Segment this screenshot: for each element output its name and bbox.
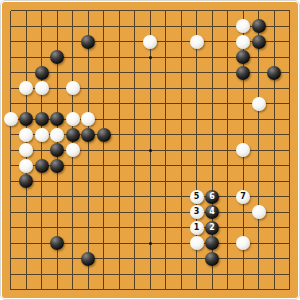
board-intersection[interactable] [251, 173, 267, 189]
board-intersection[interactable] [189, 80, 205, 96]
board-intersection[interactable] [127, 220, 143, 236]
board-intersection[interactable] [3, 49, 19, 65]
board-intersection[interactable] [65, 142, 81, 158]
board-intersection[interactable] [235, 34, 251, 50]
board-intersection[interactable] [49, 251, 65, 267]
board-intersection[interactable] [3, 142, 19, 158]
board-intersection[interactable] [173, 173, 189, 189]
board-intersection[interactable] [251, 204, 267, 220]
board-intersection[interactable] [173, 111, 189, 127]
board-intersection[interactable] [111, 173, 127, 189]
board-intersection[interactable] [189, 65, 205, 81]
board-intersection[interactable] [65, 266, 81, 282]
board-intersection[interactable] [266, 96, 282, 112]
board-intersection[interactable] [34, 142, 50, 158]
board-intersection[interactable]: 1 [189, 220, 205, 236]
board-intersection[interactable] [282, 204, 298, 220]
board-intersection[interactable] [220, 3, 236, 19]
board-intersection[interactable] [282, 127, 298, 143]
board-intersection[interactable] [65, 189, 81, 205]
board-intersection[interactable] [235, 204, 251, 220]
board-intersection[interactable] [111, 65, 127, 81]
board-intersection[interactable] [34, 96, 50, 112]
board-intersection[interactable] [96, 3, 112, 19]
board-intersection[interactable] [127, 65, 143, 81]
board-intersection[interactable] [220, 80, 236, 96]
board-intersection[interactable] [282, 96, 298, 112]
board-intersection[interactable] [65, 251, 81, 267]
board-intersection[interactable] [142, 18, 158, 34]
board-intersection[interactable] [3, 189, 19, 205]
board-intersection[interactable] [96, 127, 112, 143]
board-intersection[interactable] [189, 96, 205, 112]
board-intersection[interactable] [18, 96, 34, 112]
board-intersection[interactable] [127, 18, 143, 34]
board-intersection[interactable] [3, 80, 19, 96]
board-intersection[interactable] [189, 3, 205, 19]
board-intersection[interactable] [282, 266, 298, 282]
board-intersection[interactable] [49, 111, 65, 127]
board-intersection[interactable] [96, 158, 112, 174]
board-intersection[interactable] [173, 158, 189, 174]
board-intersection[interactable] [204, 173, 220, 189]
board-intersection[interactable] [173, 34, 189, 50]
board-intersection[interactable] [235, 266, 251, 282]
board-intersection[interactable] [142, 80, 158, 96]
board-intersection[interactable] [65, 18, 81, 34]
board-intersection[interactable] [3, 235, 19, 251]
board-intersection[interactable] [49, 173, 65, 189]
board-intersection[interactable] [80, 18, 96, 34]
board-intersection[interactable] [34, 65, 50, 81]
board-intersection[interactable] [158, 127, 174, 143]
board-intersection[interactable] [127, 251, 143, 267]
board-intersection[interactable] [266, 3, 282, 19]
board-intersection[interactable] [220, 220, 236, 236]
board-intersection[interactable] [111, 142, 127, 158]
board-intersection[interactable] [96, 235, 112, 251]
board-intersection[interactable] [251, 18, 267, 34]
board-intersection[interactable] [96, 282, 112, 298]
board-intersection[interactable] [18, 34, 34, 50]
board-intersection[interactable] [111, 266, 127, 282]
board-intersection[interactable] [142, 251, 158, 267]
board-intersection[interactable] [189, 266, 205, 282]
board-intersection[interactable] [127, 158, 143, 174]
board-intersection[interactable] [204, 127, 220, 143]
board-intersection[interactable]: 2 [204, 220, 220, 236]
board-intersection[interactable] [3, 127, 19, 143]
board-intersection[interactable] [80, 251, 96, 267]
board-intersection[interactable] [34, 235, 50, 251]
board-intersection[interactable] [80, 96, 96, 112]
board-intersection[interactable] [158, 80, 174, 96]
board-intersection[interactable] [173, 127, 189, 143]
board-intersection[interactable] [142, 34, 158, 50]
board-intersection[interactable] [266, 266, 282, 282]
board-intersection[interactable] [204, 158, 220, 174]
board-intersection[interactable] [18, 49, 34, 65]
board-intersection[interactable] [3, 173, 19, 189]
board-intersection[interactable] [3, 65, 19, 81]
board-intersection[interactable] [18, 158, 34, 174]
board-intersection[interactable] [65, 65, 81, 81]
board-intersection[interactable] [80, 127, 96, 143]
board-intersection[interactable] [173, 80, 189, 96]
board-intersection[interactable] [235, 80, 251, 96]
board-intersection[interactable] [158, 235, 174, 251]
board-intersection[interactable] [80, 158, 96, 174]
board-intersection[interactable] [266, 111, 282, 127]
board-intersection[interactable] [96, 220, 112, 236]
board-intersection[interactable] [266, 282, 282, 298]
board-intersection[interactable] [251, 127, 267, 143]
board-intersection[interactable] [18, 266, 34, 282]
board-intersection[interactable] [282, 251, 298, 267]
board-intersection[interactable] [235, 49, 251, 65]
board-intersection[interactable]: 7 [235, 189, 251, 205]
board-intersection[interactable] [266, 34, 282, 50]
board-intersection[interactable] [18, 18, 34, 34]
board-intersection[interactable] [204, 96, 220, 112]
board-intersection[interactable] [189, 49, 205, 65]
board-intersection[interactable] [18, 80, 34, 96]
board-intersection[interactable] [127, 266, 143, 282]
board-intersection[interactable] [251, 189, 267, 205]
board-intersection[interactable] [18, 235, 34, 251]
board-intersection[interactable] [220, 251, 236, 267]
board-intersection[interactable] [96, 142, 112, 158]
board-intersection[interactable]: 6 [204, 189, 220, 205]
board-intersection[interactable] [158, 173, 174, 189]
board-intersection[interactable] [49, 235, 65, 251]
board-intersection[interactable] [127, 142, 143, 158]
board-intersection[interactable] [158, 3, 174, 19]
board-intersection[interactable] [235, 282, 251, 298]
board-intersection[interactable] [220, 34, 236, 50]
board-intersection[interactable] [282, 3, 298, 19]
board-intersection[interactable] [111, 111, 127, 127]
board-intersection[interactable] [189, 173, 205, 189]
board-intersection[interactable] [220, 189, 236, 205]
board-intersection[interactable] [282, 282, 298, 298]
board-intersection[interactable] [34, 251, 50, 267]
board-intersection[interactable] [142, 49, 158, 65]
board-intersection[interactable] [266, 127, 282, 143]
board-intersection[interactable] [127, 189, 143, 205]
board-intersection[interactable] [189, 235, 205, 251]
board-intersection[interactable] [34, 34, 50, 50]
board-intersection[interactable] [220, 282, 236, 298]
board-intersection[interactable] [251, 65, 267, 81]
board-intersection[interactable] [158, 142, 174, 158]
board-intersection[interactable] [251, 34, 267, 50]
board-intersection[interactable] [18, 282, 34, 298]
board-intersection[interactable] [251, 96, 267, 112]
board-intersection[interactable] [34, 173, 50, 189]
board-intersection[interactable]: 5 [189, 189, 205, 205]
board-intersection[interactable] [49, 266, 65, 282]
board-intersection[interactable] [111, 189, 127, 205]
board-intersection[interactable] [34, 49, 50, 65]
board-intersection[interactable] [111, 235, 127, 251]
board-intersection[interactable] [49, 80, 65, 96]
board-intersection[interactable] [18, 204, 34, 220]
board-intersection[interactable] [3, 158, 19, 174]
board-intersection[interactable] [65, 3, 81, 19]
board-intersection[interactable] [220, 127, 236, 143]
board-intersection[interactable] [235, 220, 251, 236]
board-intersection[interactable] [251, 142, 267, 158]
board-intersection[interactable] [127, 282, 143, 298]
board-intersection[interactable] [18, 111, 34, 127]
board-intersection[interactable] [34, 3, 50, 19]
board-intersection[interactable] [65, 127, 81, 143]
board-intersection[interactable] [204, 111, 220, 127]
board-intersection[interactable] [49, 96, 65, 112]
board-intersection[interactable] [49, 204, 65, 220]
board-intersection[interactable] [49, 189, 65, 205]
board-intersection[interactable] [158, 204, 174, 220]
board-intersection[interactable] [220, 96, 236, 112]
board-intersection[interactable] [142, 266, 158, 282]
board-intersection[interactable] [251, 282, 267, 298]
board-intersection[interactable]: 3 [189, 204, 205, 220]
board-intersection[interactable] [266, 65, 282, 81]
board-intersection[interactable] [34, 189, 50, 205]
board-intersection[interactable] [142, 142, 158, 158]
board-intersection[interactable] [282, 18, 298, 34]
board-intersection[interactable] [65, 80, 81, 96]
board-intersection[interactable] [34, 80, 50, 96]
board-intersection[interactable] [158, 111, 174, 127]
board-intersection[interactable] [96, 18, 112, 34]
board-intersection[interactable] [65, 173, 81, 189]
board-intersection[interactable] [282, 235, 298, 251]
board-intersection[interactable] [34, 282, 50, 298]
board-intersection[interactable] [173, 96, 189, 112]
board-intersection[interactable] [34, 266, 50, 282]
board-intersection[interactable] [235, 235, 251, 251]
board-intersection[interactable] [18, 142, 34, 158]
board-intersection[interactable] [158, 65, 174, 81]
board-intersection[interactable] [80, 235, 96, 251]
board-intersection[interactable] [251, 3, 267, 19]
board-intersection[interactable] [282, 65, 298, 81]
board-intersection[interactable] [204, 65, 220, 81]
board-intersection[interactable] [111, 251, 127, 267]
board-intersection[interactable] [251, 49, 267, 65]
board-intersection[interactable] [235, 251, 251, 267]
board-intersection[interactable] [34, 18, 50, 34]
board-intersection[interactable] [173, 65, 189, 81]
board-intersection[interactable] [158, 282, 174, 298]
board-intersection[interactable] [65, 204, 81, 220]
board-intersection[interactable] [142, 173, 158, 189]
board-intersection[interactable] [142, 235, 158, 251]
board-intersection[interactable] [111, 282, 127, 298]
board-intersection[interactable] [142, 282, 158, 298]
board-intersection[interactable] [189, 127, 205, 143]
board-intersection[interactable] [65, 49, 81, 65]
board-intersection[interactable] [220, 173, 236, 189]
board-intersection[interactable] [204, 80, 220, 96]
board-intersection[interactable] [80, 204, 96, 220]
board-intersection[interactable] [173, 49, 189, 65]
board-intersection[interactable] [142, 65, 158, 81]
board-intersection[interactable] [220, 111, 236, 127]
board-intersection[interactable] [49, 3, 65, 19]
board-intersection[interactable] [189, 34, 205, 50]
board-intersection[interactable] [158, 49, 174, 65]
board-intersection[interactable] [49, 18, 65, 34]
board-intersection[interactable] [96, 189, 112, 205]
board-intersection[interactable] [173, 3, 189, 19]
board-intersection[interactable] [266, 251, 282, 267]
board-intersection[interactable] [158, 220, 174, 236]
board-intersection[interactable] [49, 49, 65, 65]
board-intersection[interactable] [96, 49, 112, 65]
board-intersection[interactable] [49, 282, 65, 298]
board-intersection[interactable] [142, 3, 158, 19]
board-intersection[interactable] [282, 158, 298, 174]
board-intersection[interactable] [189, 111, 205, 127]
board-intersection[interactable] [142, 127, 158, 143]
board-intersection[interactable] [34, 127, 50, 143]
board-intersection[interactable] [282, 220, 298, 236]
board-intersection[interactable] [80, 3, 96, 19]
board-intersection[interactable] [204, 251, 220, 267]
board-intersection[interactable] [111, 204, 127, 220]
board-intersection[interactable] [251, 235, 267, 251]
board-intersection[interactable] [235, 3, 251, 19]
board-intersection[interactable] [282, 34, 298, 50]
board-intersection[interactable] [34, 158, 50, 174]
board-intersection[interactable] [111, 49, 127, 65]
board-intersection[interactable] [65, 96, 81, 112]
board-intersection[interactable] [282, 49, 298, 65]
board-intersection[interactable] [3, 204, 19, 220]
board-intersection[interactable] [96, 204, 112, 220]
board-intersection[interactable] [49, 65, 65, 81]
board-intersection[interactable] [158, 96, 174, 112]
board-intersection[interactable] [96, 34, 112, 50]
board-intersection[interactable] [251, 251, 267, 267]
board-intersection[interactable] [18, 220, 34, 236]
board-intersection[interactable] [204, 266, 220, 282]
board-intersection[interactable] [80, 80, 96, 96]
board-intersection[interactable] [96, 80, 112, 96]
board-intersection[interactable] [173, 142, 189, 158]
board-intersection[interactable] [266, 49, 282, 65]
board-intersection[interactable] [220, 49, 236, 65]
board-intersection[interactable] [189, 251, 205, 267]
board-intersection[interactable] [142, 96, 158, 112]
board-intersection[interactable] [173, 204, 189, 220]
board-intersection[interactable] [235, 96, 251, 112]
board-intersection[interactable] [18, 173, 34, 189]
board-intersection[interactable] [204, 235, 220, 251]
board-intersection[interactable] [220, 65, 236, 81]
board-intersection[interactable] [204, 34, 220, 50]
board-intersection[interactable] [127, 204, 143, 220]
board-intersection[interactable] [127, 235, 143, 251]
board-intersection[interactable] [111, 96, 127, 112]
board-intersection[interactable] [111, 158, 127, 174]
board-intersection[interactable] [111, 3, 127, 19]
board-intersection[interactable] [158, 34, 174, 50]
board-intersection[interactable] [49, 142, 65, 158]
board-intersection[interactable] [251, 220, 267, 236]
board-intersection[interactable] [3, 266, 19, 282]
board-intersection[interactable] [266, 18, 282, 34]
board-intersection[interactable] [173, 18, 189, 34]
board-intersection[interactable] [220, 204, 236, 220]
board-intersection[interactable] [3, 111, 19, 127]
board-intersection[interactable] [204, 18, 220, 34]
board-intersection[interactable] [111, 18, 127, 34]
board-intersection[interactable] [142, 158, 158, 174]
board-intersection[interactable] [173, 266, 189, 282]
board-intersection[interactable] [266, 189, 282, 205]
board-intersection[interactable] [235, 173, 251, 189]
board-intersection[interactable] [127, 80, 143, 96]
board-intersection[interactable] [18, 251, 34, 267]
board-intersection[interactable] [173, 235, 189, 251]
board-intersection[interactable] [127, 127, 143, 143]
board-intersection[interactable] [142, 189, 158, 205]
board-intersection[interactable] [127, 34, 143, 50]
board-intersection[interactable] [96, 251, 112, 267]
board-intersection[interactable] [142, 111, 158, 127]
board-intersection[interactable] [18, 65, 34, 81]
board-intersection[interactable] [220, 266, 236, 282]
board-intersection[interactable] [3, 220, 19, 236]
board-intersection[interactable] [80, 65, 96, 81]
board-intersection[interactable] [235, 18, 251, 34]
board-intersection[interactable] [80, 189, 96, 205]
board-intersection[interactable] [65, 111, 81, 127]
board-intersection[interactable] [220, 158, 236, 174]
board-intersection[interactable] [158, 266, 174, 282]
board-intersection[interactable] [266, 220, 282, 236]
board-intersection[interactable] [80, 142, 96, 158]
board-intersection[interactable] [49, 220, 65, 236]
board-intersection[interactable] [34, 111, 50, 127]
board-intersection[interactable] [235, 158, 251, 174]
board-intersection[interactable] [266, 142, 282, 158]
board-intersection[interactable] [189, 282, 205, 298]
board-intersection[interactable] [282, 80, 298, 96]
board-intersection[interactable] [189, 158, 205, 174]
board-intersection[interactable] [220, 235, 236, 251]
board-intersection[interactable] [65, 34, 81, 50]
board-intersection[interactable] [266, 173, 282, 189]
board-intersection[interactable] [282, 189, 298, 205]
board-intersection[interactable] [127, 96, 143, 112]
board-intersection[interactable] [189, 142, 205, 158]
board-intersection[interactable] [158, 251, 174, 267]
board-intersection[interactable] [235, 111, 251, 127]
board-intersection[interactable] [204, 3, 220, 19]
board-intersection[interactable] [282, 142, 298, 158]
board-intersection[interactable] [127, 111, 143, 127]
board-intersection[interactable] [266, 80, 282, 96]
board-intersection[interactable] [18, 189, 34, 205]
board-intersection[interactable] [235, 127, 251, 143]
board-intersection[interactable] [235, 142, 251, 158]
board-intersection[interactable]: 4 [204, 204, 220, 220]
